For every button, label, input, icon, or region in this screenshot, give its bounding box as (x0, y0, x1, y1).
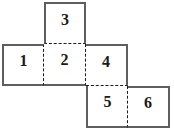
face-2-label: 2 (61, 52, 69, 68)
face-5: 5 (86, 86, 128, 128)
face-3-label: 3 (61, 12, 69, 28)
face-5-label: 5 (104, 94, 112, 110)
face-1: 1 (2, 44, 44, 86)
face-4: 4 (86, 44, 128, 86)
cube-net-diagram: 3 1 2 4 5 6 (0, 0, 174, 132)
face-3: 3 (44, 2, 86, 44)
face-4-label: 4 (102, 54, 110, 70)
face-6: 6 (128, 86, 170, 128)
net-grid: 3 1 2 4 5 6 (2, 2, 170, 128)
face-6-label: 6 (144, 95, 152, 111)
face-2: 2 (44, 44, 86, 86)
face-1-label: 1 (20, 53, 28, 69)
